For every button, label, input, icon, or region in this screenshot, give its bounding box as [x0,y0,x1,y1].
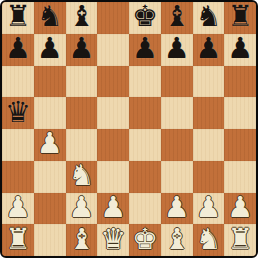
square-g8[interactable]: ♞ [193,2,225,34]
square-c2[interactable]: ♟ [66,193,98,225]
square-f5[interactable] [161,97,193,129]
square-g6[interactable] [193,66,225,98]
square-h6[interactable] [224,66,256,98]
square-a4[interactable] [2,129,34,161]
white-rook: ♜ [227,225,253,254]
white-rook: ♜ [5,225,31,254]
square-b2[interactable] [34,193,66,225]
square-g1[interactable]: ♞ [193,224,225,256]
black-pawn: ♟ [37,34,63,63]
square-f1[interactable]: ♝ [161,224,193,256]
square-e7[interactable]: ♟ [129,34,161,66]
square-c6[interactable] [66,66,98,98]
square-h2[interactable]: ♟ [224,193,256,225]
square-d3[interactable] [97,161,129,193]
white-pawn: ♟ [100,193,126,222]
black-pawn: ♟ [195,34,221,63]
black-knight: ♞ [37,2,63,31]
black-pawn: ♟ [5,34,31,63]
square-d2[interactable]: ♟ [97,193,129,225]
square-e3[interactable] [129,161,161,193]
white-pawn: ♟ [5,193,31,222]
square-f8[interactable]: ♝ [161,2,193,34]
square-f6[interactable] [161,66,193,98]
square-c1[interactable]: ♝ [66,224,98,256]
square-c3[interactable]: ♞ [66,161,98,193]
white-pawn: ♟ [227,193,253,222]
black-rook: ♜ [5,2,31,31]
square-c5[interactable] [66,97,98,129]
square-e2[interactable] [129,193,161,225]
square-d5[interactable] [97,97,129,129]
square-h4[interactable] [224,129,256,161]
square-b7[interactable]: ♟ [34,34,66,66]
black-bishop: ♝ [68,2,94,31]
square-a5[interactable]: ♛ [2,97,34,129]
square-e1[interactable]: ♚ [129,224,161,256]
white-pawn: ♟ [68,193,94,222]
square-d8[interactable] [97,2,129,34]
white-knight: ♞ [195,225,221,254]
white-bishop: ♝ [68,225,94,254]
square-b6[interactable] [34,66,66,98]
black-pawn: ♟ [132,34,158,63]
black-pawn: ♟ [227,34,253,63]
square-b8[interactable]: ♞ [34,2,66,34]
white-pawn: ♟ [164,193,190,222]
square-b4[interactable]: ♟ [34,129,66,161]
square-g7[interactable]: ♟ [193,34,225,66]
square-f3[interactable] [161,161,193,193]
white-knight: ♞ [68,161,94,190]
black-king: ♚ [132,2,158,31]
square-d4[interactable] [97,129,129,161]
square-e4[interactable] [129,129,161,161]
square-g3[interactable] [193,161,225,193]
square-h7[interactable]: ♟ [224,34,256,66]
square-a1[interactable]: ♜ [2,224,34,256]
square-g4[interactable] [193,129,225,161]
square-e6[interactable] [129,66,161,98]
square-a7[interactable]: ♟ [2,34,34,66]
square-d7[interactable] [97,34,129,66]
black-rook: ♜ [227,2,253,31]
square-g2[interactable]: ♟ [193,193,225,225]
square-c8[interactable]: ♝ [66,2,98,34]
black-knight: ♞ [195,2,221,31]
white-king: ♚ [132,225,158,254]
square-d6[interactable] [97,66,129,98]
square-b1[interactable] [34,224,66,256]
square-g5[interactable] [193,97,225,129]
white-pawn: ♟ [37,129,63,158]
square-e5[interactable] [129,97,161,129]
square-h8[interactable]: ♜ [224,2,256,34]
square-a6[interactable] [2,66,34,98]
square-h5[interactable] [224,97,256,129]
black-queen: ♛ [5,98,31,127]
black-bishop: ♝ [164,2,190,31]
square-c7[interactable]: ♟ [66,34,98,66]
white-pawn: ♟ [195,193,221,222]
square-h3[interactable] [224,161,256,193]
chess-board: ♜♞♝♚♝♞♜♟♟♟♟♟♟♟♛♟♞♟♟♟♟♟♟♜♝♛♚♝♞♜ [0,0,258,258]
square-d1[interactable]: ♛ [97,224,129,256]
square-a2[interactable]: ♟ [2,193,34,225]
square-e8[interactable]: ♚ [129,2,161,34]
square-f7[interactable]: ♟ [161,34,193,66]
black-pawn: ♟ [68,34,94,63]
square-a3[interactable] [2,161,34,193]
square-f4[interactable] [161,129,193,161]
white-bishop: ♝ [164,225,190,254]
square-b3[interactable] [34,161,66,193]
black-pawn: ♟ [164,34,190,63]
square-f2[interactable]: ♟ [161,193,193,225]
square-c4[interactable] [66,129,98,161]
white-queen: ♛ [100,225,126,254]
square-h1[interactable]: ♜ [224,224,256,256]
square-a8[interactable]: ♜ [2,2,34,34]
square-b5[interactable] [34,97,66,129]
